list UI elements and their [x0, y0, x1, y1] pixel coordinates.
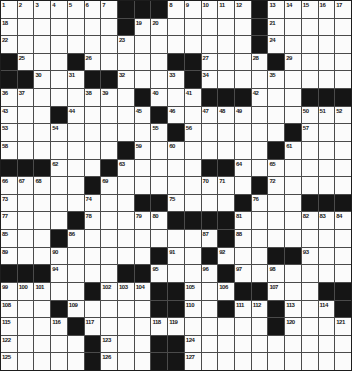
cell-r3c10[interactable]: [151, 36, 167, 53]
cell-r2c5[interactable]: [68, 19, 84, 36]
cell-r12c12[interactable]: [185, 195, 201, 212]
cell-r13c20[interactable]: 83: [319, 212, 335, 229]
cell-r13c8[interactable]: [118, 212, 134, 229]
cell-r4c14[interactable]: [218, 54, 234, 71]
cell-r1c17[interactable]: 13: [268, 1, 284, 18]
cell-r16c6[interactable]: [85, 265, 101, 282]
cell-r4c6[interactable]: 26: [85, 54, 101, 71]
cell-r10c6[interactable]: [85, 160, 101, 177]
cell-r3c2[interactable]: [18, 36, 34, 53]
cell-r9c6[interactable]: [85, 142, 101, 159]
cell-r14c19[interactable]: [302, 230, 318, 247]
cell-r5c20[interactable]: [319, 71, 335, 88]
cell-r1c13[interactable]: 10: [202, 1, 218, 18]
cell-r12c6[interactable]: 74: [85, 195, 101, 212]
cell-r12c14[interactable]: [218, 195, 234, 212]
cell-r2c15[interactable]: [235, 19, 251, 36]
cell-r5c19[interactable]: [302, 71, 318, 88]
cell-r16c19[interactable]: [302, 265, 318, 282]
cell-r11c14[interactable]: 71: [218, 177, 234, 194]
cell-r15c19[interactable]: 93: [302, 248, 318, 265]
cell-r7c16[interactable]: [252, 107, 268, 124]
cell-r16c7[interactable]: [101, 265, 117, 282]
cell-r12c5[interactable]: [68, 195, 84, 212]
cell-r13c4[interactable]: [51, 212, 67, 229]
cell-r9c3[interactable]: [34, 142, 50, 159]
cell-r19c13[interactable]: [202, 318, 218, 335]
cell-r1c20[interactable]: 16: [319, 1, 335, 18]
cell-r1c4[interactable]: 4: [51, 1, 67, 18]
cell-r16c13[interactable]: 96: [202, 265, 218, 282]
cell-r20c7[interactable]: 123: [101, 336, 117, 353]
cell-r17c9[interactable]: 104: [135, 283, 151, 300]
cell-r1c2[interactable]: 2: [18, 1, 34, 18]
cell-r6c12[interactable]: 41: [185, 89, 201, 106]
cell-r19c21[interactable]: 121: [335, 318, 351, 335]
cell-r8c5[interactable]: [68, 124, 84, 141]
cell-r19c4[interactable]: 116: [51, 318, 67, 335]
cell-r12c8[interactable]: [118, 195, 134, 212]
cell-r4c19[interactable]: [302, 54, 318, 71]
cell-r7c13[interactable]: 47: [202, 107, 218, 124]
cell-r15c15[interactable]: [235, 248, 251, 265]
cell-r2c9[interactable]: 19: [135, 19, 151, 36]
cell-r11c19[interactable]: [302, 177, 318, 194]
cell-r13c21[interactable]: 84: [335, 212, 351, 229]
cell-r8c16[interactable]: [252, 124, 268, 141]
cell-r15c7[interactable]: [101, 248, 117, 265]
cell-r3c12[interactable]: [185, 36, 201, 53]
cell-r9c12[interactable]: [185, 142, 201, 159]
cell-r5c17[interactable]: 35: [268, 71, 284, 88]
cell-r2c3[interactable]: [34, 19, 50, 36]
cell-r4c13[interactable]: 27: [202, 54, 218, 71]
cell-r3c3[interactable]: [34, 36, 50, 53]
cell-r13c9[interactable]: 79: [135, 212, 151, 229]
cell-r1c1[interactable]: 1: [1, 1, 17, 18]
cell-r11c15[interactable]: [235, 177, 251, 194]
cell-r12c16[interactable]: 76: [252, 195, 268, 212]
cell-r21c15[interactable]: [235, 353, 251, 370]
cell-r14c3[interactable]: [34, 230, 50, 247]
cell-r5c4[interactable]: [51, 71, 67, 88]
cell-r6c16[interactable]: 42: [252, 89, 268, 106]
cell-r19c10[interactable]: 118: [151, 318, 167, 335]
cell-r19c14[interactable]: [218, 318, 234, 335]
cell-r3c7[interactable]: [101, 36, 117, 53]
cell-r20c19[interactable]: [302, 336, 318, 353]
cell-r15c21[interactable]: [335, 248, 351, 265]
cell-r16c4[interactable]: 94: [51, 265, 67, 282]
cell-r20c9[interactable]: [135, 336, 151, 353]
cell-r15c12[interactable]: [185, 248, 201, 265]
cell-r20c15[interactable]: [235, 336, 251, 353]
cell-r20c21[interactable]: [335, 336, 351, 353]
cell-r16c10[interactable]: 95: [151, 265, 167, 282]
cell-r20c3[interactable]: [34, 336, 50, 353]
cell-r13c6[interactable]: 78: [85, 212, 101, 229]
cell-r15c16[interactable]: [252, 248, 268, 265]
cell-r16c15[interactable]: 97: [235, 265, 251, 282]
cell-r11c9[interactable]: [135, 177, 151, 194]
cell-r14c16[interactable]: [252, 230, 268, 247]
cell-r18c7[interactable]: [101, 301, 117, 318]
cell-r8c8[interactable]: [118, 124, 134, 141]
cell-r4c4[interactable]: [51, 54, 67, 71]
cell-r21c1[interactable]: 125: [1, 353, 17, 370]
cell-r14c8[interactable]: [118, 230, 134, 247]
cell-r18c9[interactable]: [135, 301, 151, 318]
cell-r8c14[interactable]: [218, 124, 234, 141]
cell-r11c17[interactable]: 72: [268, 177, 284, 194]
cell-r2c7[interactable]: [101, 19, 117, 36]
cell-r8c21[interactable]: [335, 124, 351, 141]
cell-r9c21[interactable]: [335, 142, 351, 159]
cell-r21c17[interactable]: [268, 353, 284, 370]
cell-r3c17[interactable]: 24: [268, 36, 284, 53]
cell-r1c21[interactable]: 17: [335, 1, 351, 18]
cell-r19c12[interactable]: [185, 318, 201, 335]
cell-r12c11[interactable]: 75: [168, 195, 184, 212]
cell-r14c1[interactable]: 85: [1, 230, 17, 247]
cell-r2c10[interactable]: 20: [151, 19, 167, 36]
cell-r7c17[interactable]: [268, 107, 284, 124]
cell-r1c5[interactable]: 5: [68, 1, 84, 18]
cell-r15c1[interactable]: 89: [1, 248, 17, 265]
cell-r3c11[interactable]: [168, 36, 184, 53]
cell-r18c13[interactable]: [202, 301, 218, 318]
cell-r12c3[interactable]: [34, 195, 50, 212]
cell-r3c9[interactable]: [135, 36, 151, 53]
cell-r15c20[interactable]: [319, 248, 335, 265]
cell-r5c11[interactable]: 33: [168, 71, 184, 88]
cell-r19c11[interactable]: 119: [168, 318, 184, 335]
cell-r13c17[interactable]: [268, 212, 284, 229]
cell-r2c18[interactable]: [285, 19, 301, 36]
cell-r6c17[interactable]: [268, 89, 284, 106]
cell-r18c1[interactable]: 108: [1, 301, 17, 318]
cell-r18c15[interactable]: 111: [235, 301, 251, 318]
cell-r3c15[interactable]: [235, 36, 251, 53]
cell-r8c19[interactable]: 57: [302, 124, 318, 141]
cell-r1c14[interactable]: 11: [218, 1, 234, 18]
cell-r5c21[interactable]: [335, 71, 351, 88]
cell-r7c3[interactable]: [34, 107, 50, 124]
cell-r3c20[interactable]: [319, 36, 335, 53]
cell-r18c3[interactable]: [34, 301, 50, 318]
cell-r19c16[interactable]: [252, 318, 268, 335]
cell-r1c7[interactable]: 7: [101, 1, 117, 18]
cell-r1c19[interactable]: 15: [302, 1, 318, 18]
cell-r8c17[interactable]: [268, 124, 284, 141]
cell-r11c1[interactable]: 66: [1, 177, 17, 194]
cell-r3c21[interactable]: [335, 36, 351, 53]
cell-r4c18[interactable]: 29: [285, 54, 301, 71]
cell-r9c14[interactable]: [218, 142, 234, 159]
cell-r9c7[interactable]: [101, 142, 117, 159]
cell-r10c9[interactable]: [135, 160, 151, 177]
cell-r7c5[interactable]: 44: [68, 107, 84, 124]
cell-r11c18[interactable]: [285, 177, 301, 194]
cell-r16c17[interactable]: 98: [268, 265, 284, 282]
cell-r1c11[interactable]: 8: [168, 1, 184, 18]
cell-r21c14[interactable]: [218, 353, 234, 370]
cell-r21c13[interactable]: [202, 353, 218, 370]
cell-r7c20[interactable]: 51: [319, 107, 335, 124]
cell-r11c11[interactable]: [168, 177, 184, 194]
cell-r17c1[interactable]: 99: [1, 283, 17, 300]
cell-r11c3[interactable]: 68: [34, 177, 50, 194]
cell-r16c12[interactable]: [185, 265, 201, 282]
cell-r12c18[interactable]: [285, 195, 301, 212]
cell-r14c5[interactable]: 86: [68, 230, 84, 247]
cell-r8c13[interactable]: [202, 124, 218, 141]
cell-r3c8[interactable]: 23: [118, 36, 134, 53]
cell-r10c21[interactable]: [335, 160, 351, 177]
cell-r6c8[interactable]: [118, 89, 134, 106]
cell-r6c10[interactable]: 40: [151, 89, 167, 106]
cell-r4c16[interactable]: 28: [252, 54, 268, 71]
cell-r21c3[interactable]: [34, 353, 50, 370]
cell-r6c4[interactable]: [51, 89, 67, 106]
cell-r2c2[interactable]: [18, 19, 34, 36]
cell-r6c1[interactable]: 36: [1, 89, 17, 106]
cell-r2c17[interactable]: 21: [268, 19, 284, 36]
cell-r10c19[interactable]: [302, 160, 318, 177]
cell-r5c18[interactable]: [285, 71, 301, 88]
cell-r12c7[interactable]: [101, 195, 117, 212]
cell-r7c1[interactable]: 43: [1, 107, 17, 124]
cell-r19c6[interactable]: 117: [85, 318, 101, 335]
cell-r20c1[interactable]: 122: [1, 336, 17, 353]
cell-r19c9[interactable]: [135, 318, 151, 335]
cell-r5c15[interactable]: [235, 71, 251, 88]
cell-r11c20[interactable]: [319, 177, 335, 194]
cell-r14c18[interactable]: [285, 230, 301, 247]
cell-r3c19[interactable]: [302, 36, 318, 53]
cell-r5c10[interactable]: [151, 71, 167, 88]
cell-r10c11[interactable]: [168, 160, 184, 177]
cell-r11c12[interactable]: [185, 177, 201, 194]
cell-r20c14[interactable]: [218, 336, 234, 353]
cell-r12c1[interactable]: 73: [1, 195, 17, 212]
cell-r9c18[interactable]: 61: [285, 142, 301, 159]
cell-r16c18[interactable]: [285, 265, 301, 282]
cell-r9c2[interactable]: [18, 142, 34, 159]
cell-r14c12[interactable]: [185, 230, 201, 247]
cell-r21c7[interactable]: 126: [101, 353, 117, 370]
cell-r4c7[interactable]: [101, 54, 117, 71]
cell-r13c10[interactable]: 80: [151, 212, 167, 229]
cell-r6c11[interactable]: [168, 89, 184, 106]
cell-r9c1[interactable]: 58: [1, 142, 17, 159]
cell-r14c15[interactable]: 88: [235, 230, 251, 247]
cell-r13c1[interactable]: 77: [1, 212, 17, 229]
cell-r7c2[interactable]: [18, 107, 34, 124]
cell-r17c14[interactable]: 106: [218, 283, 234, 300]
cell-r15c9[interactable]: [135, 248, 151, 265]
cell-r17c12[interactable]: 105: [185, 283, 201, 300]
cell-r19c1[interactable]: 115: [1, 318, 17, 335]
cell-r18c2[interactable]: [18, 301, 34, 318]
cell-r9c13[interactable]: [202, 142, 218, 159]
cell-r15c5[interactable]: [68, 248, 84, 265]
cell-r12c2[interactable]: [18, 195, 34, 212]
cell-r11c8[interactable]: [118, 177, 134, 194]
cell-r10c15[interactable]: 64: [235, 160, 251, 177]
cell-r8c9[interactable]: [135, 124, 151, 141]
cell-r9c16[interactable]: [252, 142, 268, 159]
cell-r15c3[interactable]: [34, 248, 50, 265]
cell-r20c4[interactable]: [51, 336, 67, 353]
cell-r3c13[interactable]: [202, 36, 218, 53]
cell-r14c7[interactable]: [101, 230, 117, 247]
cell-r18c20[interactable]: 114: [319, 301, 335, 318]
cell-r10c5[interactable]: [68, 160, 84, 177]
cell-r21c5[interactable]: [68, 353, 84, 370]
cell-r6c2[interactable]: 37: [18, 89, 34, 106]
cell-r21c21[interactable]: [335, 353, 351, 370]
cell-r21c2[interactable]: [18, 353, 34, 370]
cell-r7c18[interactable]: [285, 107, 301, 124]
cell-r5c8[interactable]: 32: [118, 71, 134, 88]
cell-r4c15[interactable]: [235, 54, 251, 71]
cell-r21c19[interactable]: [302, 353, 318, 370]
cell-r12c13[interactable]: [202, 195, 218, 212]
cell-r3c4[interactable]: [51, 36, 67, 53]
cell-r3c6[interactable]: [85, 36, 101, 53]
cell-r5c13[interactable]: 34: [202, 71, 218, 88]
cell-r13c16[interactable]: [252, 212, 268, 229]
cell-r18c5[interactable]: 109: [68, 301, 84, 318]
cell-r21c4[interactable]: [51, 353, 67, 370]
cell-r4c8[interactable]: [118, 54, 134, 71]
cell-r4c21[interactable]: [335, 54, 351, 71]
cell-r9c15[interactable]: [235, 142, 251, 159]
cell-r13c19[interactable]: 82: [302, 212, 318, 229]
cell-r18c19[interactable]: [302, 301, 318, 318]
cell-r9c11[interactable]: 60: [168, 142, 184, 159]
cell-r9c19[interactable]: [302, 142, 318, 159]
cell-r21c20[interactable]: [319, 353, 335, 370]
cell-r15c6[interactable]: [85, 248, 101, 265]
cell-r19c20[interactable]: [319, 318, 335, 335]
cell-r5c14[interactable]: [218, 71, 234, 88]
cell-r11c10[interactable]: [151, 177, 167, 194]
cell-r20c16[interactable]: [252, 336, 268, 353]
cell-r7c8[interactable]: [118, 107, 134, 124]
cell-r7c12[interactable]: [185, 107, 201, 124]
cell-r6c7[interactable]: 39: [101, 89, 117, 106]
cell-r17c8[interactable]: 103: [118, 283, 134, 300]
cell-r2c11[interactable]: [168, 19, 184, 36]
cell-r17c2[interactable]: 100: [18, 283, 34, 300]
cell-r17c19[interactable]: [302, 283, 318, 300]
cell-r5c3[interactable]: 30: [34, 71, 50, 88]
cell-r18c16[interactable]: 112: [252, 301, 268, 318]
cell-r9c9[interactable]: 59: [135, 142, 151, 159]
cell-r2c12[interactable]: [185, 19, 201, 36]
cell-r7c6[interactable]: [85, 107, 101, 124]
cell-r5c9[interactable]: [135, 71, 151, 88]
cell-r14c2[interactable]: [18, 230, 34, 247]
cell-r15c11[interactable]: 91: [168, 248, 184, 265]
cell-r11c4[interactable]: [51, 177, 67, 194]
cell-r16c16[interactable]: [252, 265, 268, 282]
cell-r16c20[interactable]: [319, 265, 335, 282]
cell-r11c5[interactable]: [68, 177, 84, 194]
cell-r20c8[interactable]: [118, 336, 134, 353]
cell-r7c19[interactable]: 50: [302, 107, 318, 124]
cell-r17c17[interactable]: 107: [268, 283, 284, 300]
cell-r14c11[interactable]: [168, 230, 184, 247]
cell-r6c18[interactable]: [285, 89, 301, 106]
cell-r13c15[interactable]: 81: [235, 212, 251, 229]
cell-r8c7[interactable]: [101, 124, 117, 141]
cell-r19c3[interactable]: [34, 318, 50, 335]
cell-r17c5[interactable]: [68, 283, 84, 300]
cell-r9c20[interactable]: [319, 142, 335, 159]
cell-r17c3[interactable]: 101: [34, 283, 50, 300]
cell-r6c6[interactable]: 38: [85, 89, 101, 106]
cell-r21c18[interactable]: [285, 353, 301, 370]
cell-r4c20[interactable]: [319, 54, 335, 71]
cell-r21c12[interactable]: 127: [185, 353, 201, 370]
cell-r14c20[interactable]: [319, 230, 335, 247]
cell-r1c18[interactable]: 14: [285, 1, 301, 18]
cell-r12c17[interactable]: [268, 195, 284, 212]
cell-r8c15[interactable]: [235, 124, 251, 141]
cell-r10c17[interactable]: 65: [268, 160, 284, 177]
cell-r20c18[interactable]: [285, 336, 301, 353]
cell-r3c14[interactable]: [218, 36, 234, 53]
cell-r5c16[interactable]: [252, 71, 268, 88]
cell-r9c10[interactable]: [151, 142, 167, 159]
cell-r14c21[interactable]: [335, 230, 351, 247]
cell-r13c7[interactable]: [101, 212, 117, 229]
cell-r15c8[interactable]: [118, 248, 134, 265]
cell-r8c3[interactable]: [34, 124, 50, 141]
cell-r13c2[interactable]: [18, 212, 34, 229]
cell-r15c2[interactable]: [18, 248, 34, 265]
cell-r8c12[interactable]: 56: [185, 124, 201, 141]
cell-r14c17[interactable]: [268, 230, 284, 247]
cell-r4c10[interactable]: [151, 54, 167, 71]
cell-r10c20[interactable]: [319, 160, 335, 177]
cell-r2c13[interactable]: [202, 19, 218, 36]
cell-r1c12[interactable]: 9: [185, 1, 201, 18]
cell-r11c13[interactable]: 70: [202, 177, 218, 194]
cell-r17c7[interactable]: 102: [101, 283, 117, 300]
cell-r13c3[interactable]: [34, 212, 50, 229]
cell-r10c12[interactable]: [185, 160, 201, 177]
cell-r8c6[interactable]: [85, 124, 101, 141]
cell-r10c10[interactable]: [151, 160, 167, 177]
cell-r2c6[interactable]: [85, 19, 101, 36]
cell-r20c2[interactable]: [18, 336, 34, 353]
cell-r7c15[interactable]: 49: [235, 107, 251, 124]
cell-r5c5[interactable]: 31: [68, 71, 84, 88]
cell-r8c10[interactable]: 55: [151, 124, 167, 141]
cell-r19c2[interactable]: [18, 318, 34, 335]
cell-r17c18[interactable]: [285, 283, 301, 300]
cell-r14c10[interactable]: [151, 230, 167, 247]
cell-r14c6[interactable]: [85, 230, 101, 247]
cell-r16c5[interactable]: [68, 265, 84, 282]
cell-r2c19[interactable]: [302, 19, 318, 36]
cell-r7c7[interactable]: [101, 107, 117, 124]
cell-r19c15[interactable]: [235, 318, 251, 335]
